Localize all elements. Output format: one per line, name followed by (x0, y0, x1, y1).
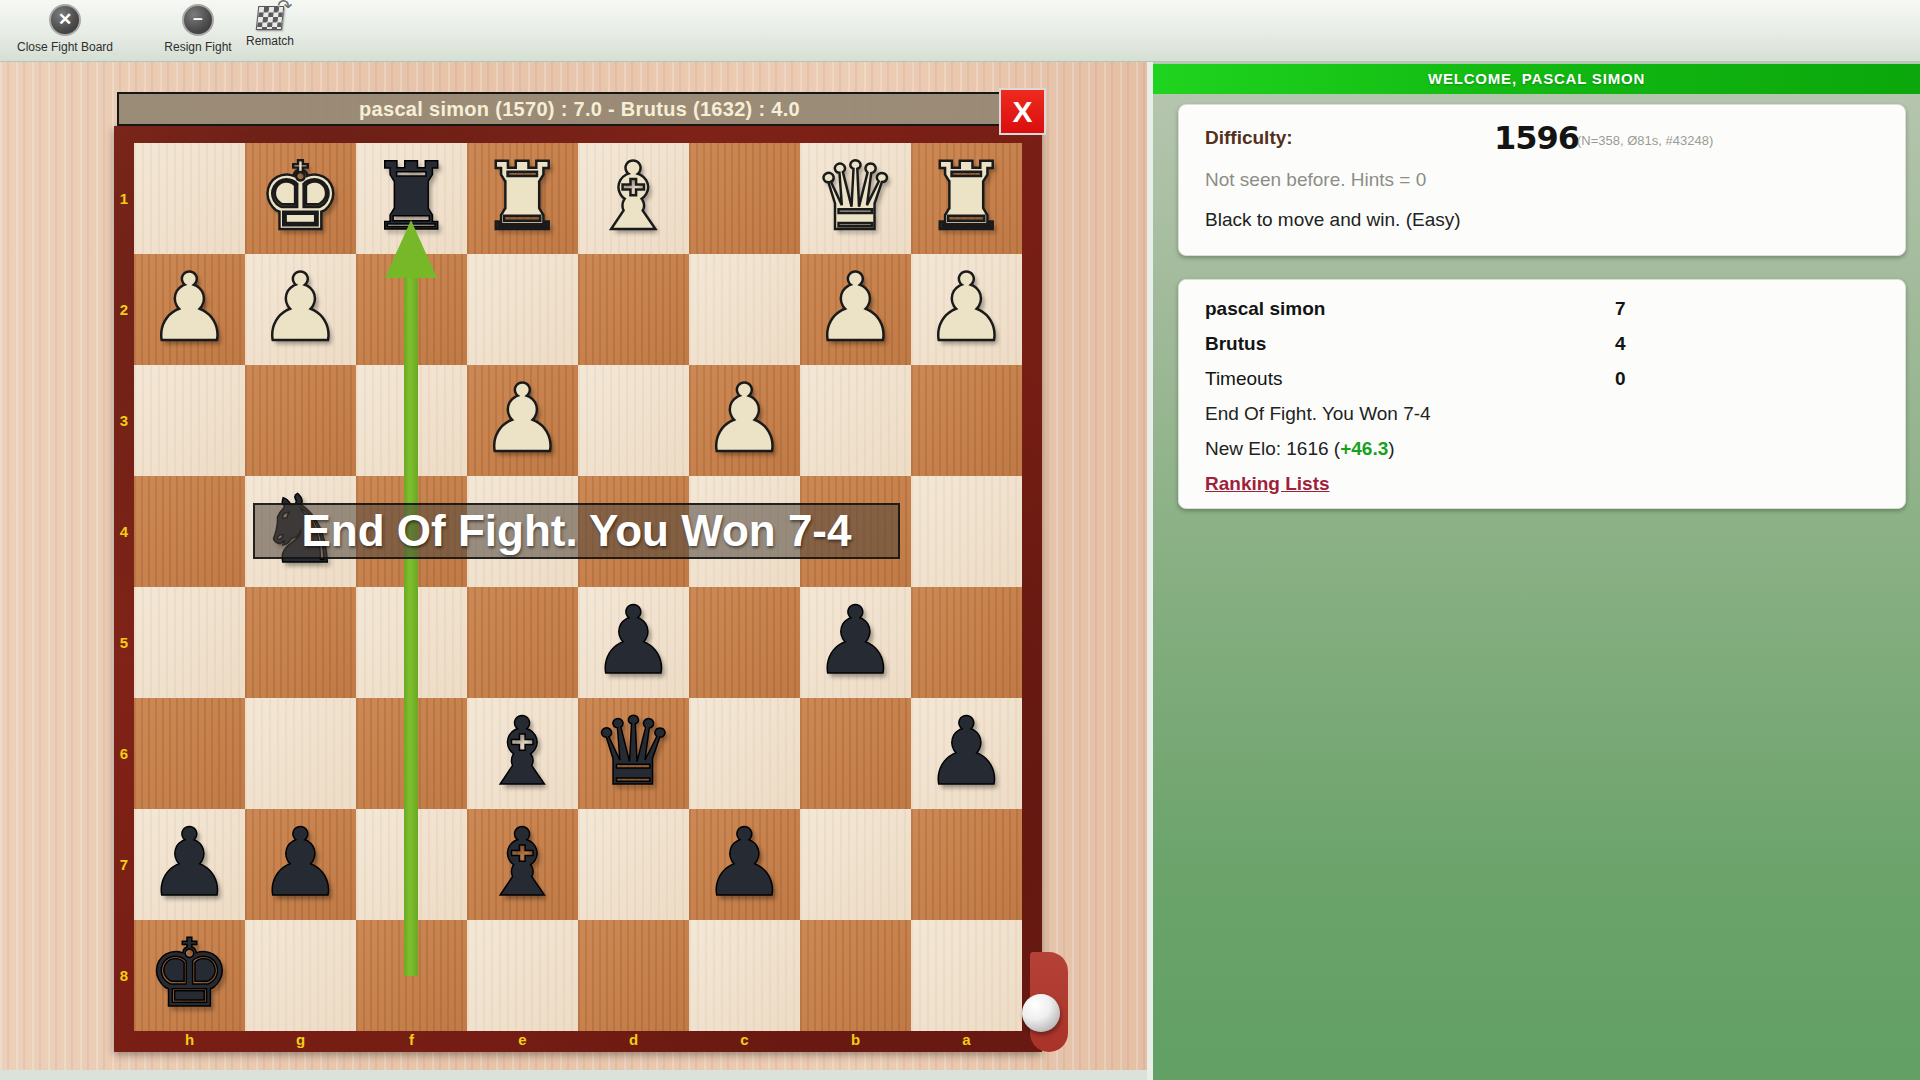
resign-fight-button[interactable]: −Resign Fight (153, 4, 243, 60)
square-h7[interactable]: ♟ (134, 809, 245, 920)
result-card: pascal simon7Brutus4Timeouts0 End Of Fig… (1178, 279, 1906, 509)
difficulty-card: Difficulty: 1596 (N=358, Ø81s, #43248) N… (1178, 104, 1906, 256)
file-label-d: d (578, 1029, 689, 1051)
square-c5[interactable] (689, 587, 800, 698)
square-c1[interactable] (689, 143, 800, 254)
rank-label-1: 1 (114, 190, 134, 207)
square-b1[interactable]: ♛ (800, 143, 911, 254)
square-a7[interactable] (911, 809, 1022, 920)
score-value: 7 (1615, 294, 1626, 324)
file-label-e: e (467, 1029, 578, 1051)
file-label-a: a (911, 1029, 1022, 1051)
square-c2[interactable] (689, 254, 800, 365)
toolbar-button-label: Rematch (240, 34, 300, 48)
score-value: 0 (1615, 364, 1626, 394)
new-elo-row: New Elo: 1616 (+46.3) (1179, 434, 1905, 469)
drag-ball-handle[interactable] (1022, 994, 1060, 1032)
square-c7[interactable]: ♟ (689, 809, 800, 920)
new-elo-text: New Elo: 1616 (+46.3) (1205, 438, 1395, 459)
square-b3[interactable] (800, 365, 911, 476)
square-b7[interactable] (800, 809, 911, 920)
square-e8[interactable] (467, 920, 578, 1031)
square-a8[interactable] (911, 920, 1022, 1031)
difficulty-rating: 1596 (1494, 119, 1579, 157)
difficulty-stats: (N=358, Ø81s, #43248) (1577, 133, 1713, 148)
chess-board: ♚♜♜♝♛♜♟♟♟♟♟♟♞♟♟♝♛♟♟♟♝♟♚ (134, 143, 1022, 1031)
file-label-c: c (689, 1029, 800, 1051)
rank-label-4: 4 (114, 523, 134, 540)
bottom-strip (0, 1070, 1147, 1080)
ranking-row: Ranking Lists (1179, 469, 1905, 504)
file-label-g: g (245, 1029, 356, 1051)
score-value: 4 (1615, 329, 1626, 359)
square-g2[interactable]: ♟ (245, 254, 356, 365)
square-e5[interactable] (467, 587, 578, 698)
square-h2[interactable]: ♟ (134, 254, 245, 365)
white-pawn: ♟ (134, 254, 245, 365)
square-h1[interactable] (134, 143, 245, 254)
rank-label-2: 2 (114, 301, 134, 318)
square-d6[interactable]: ♛ (578, 698, 689, 809)
score-label: pascal simon (1205, 298, 1325, 319)
square-a5[interactable] (911, 587, 1022, 698)
square-d7[interactable] (578, 809, 689, 920)
square-a3[interactable] (911, 365, 1022, 476)
black-pawn: ♟ (689, 809, 800, 920)
score-label: Timeouts (1205, 368, 1282, 389)
difficulty-label: Difficulty: (1205, 127, 1293, 148)
file-label-b: b (800, 1029, 911, 1051)
square-d1[interactable]: ♝ (578, 143, 689, 254)
white-pawn: ♟ (245, 254, 356, 365)
fight-board-window: pascal simon (1570) : 7.0 - Brutus (1632… (114, 88, 1042, 1052)
board-title-bar: pascal simon (1570) : 7.0 - Brutus (1632… (117, 92, 1042, 126)
toolbar-button-label: Close Fight Board (10, 40, 120, 54)
rematch-button[interactable]: ↷Rematch (240, 4, 300, 60)
file-label-h: h (134, 1029, 245, 1051)
white-queen: ♛ (800, 143, 911, 254)
square-e6[interactable]: ♝ (467, 698, 578, 809)
app-window: ✕Close Fight Board−Resign Fight↷Rematch … (0, 0, 1920, 1080)
square-a6[interactable]: ♟ (911, 698, 1022, 809)
white-bishop: ♝ (578, 143, 689, 254)
rank-label-3: 3 (114, 412, 134, 429)
rank-label-7: 7 (114, 856, 134, 873)
square-g8[interactable] (245, 920, 356, 1031)
rank-label-6: 6 (114, 745, 134, 762)
square-d8[interactable] (578, 920, 689, 1031)
rank-label-8: 8 (114, 967, 134, 984)
toolbar: ✕Close Fight Board−Resign Fight↷Rematch (0, 0, 1920, 62)
square-h8[interactable]: ♚ (134, 920, 245, 1031)
black-bishop: ♝ (467, 698, 578, 809)
end-of-fight-text: End Of Fight. You Won 7-4 (1205, 403, 1431, 424)
rank-label-5: 5 (114, 634, 134, 651)
file-label-f: f (356, 1029, 467, 1051)
score-rows: pascal simon7Brutus4Timeouts0 (1179, 294, 1905, 399)
square-g3[interactable] (245, 365, 356, 476)
square-h5[interactable] (134, 587, 245, 698)
difficulty-row: Difficulty: 1596 (N=358, Ø81s, #43248) (1205, 125, 1879, 165)
square-b2[interactable]: ♟ (800, 254, 911, 365)
seen-before-text: Not seen before. Hints = 0 (1205, 167, 1879, 193)
square-a2[interactable]: ♟ (911, 254, 1022, 365)
square-d5[interactable]: ♟ (578, 587, 689, 698)
score-row-brutus: Brutus4 (1179, 329, 1905, 364)
rematch-board-icon: ↷ (256, 6, 285, 30)
move-arrow-head (385, 220, 437, 278)
white-king: ♚ (245, 143, 356, 254)
square-g6[interactable] (245, 698, 356, 809)
square-h6[interactable] (134, 698, 245, 809)
black-pawn: ♟ (800, 587, 911, 698)
square-g1[interactable]: ♚ (245, 143, 356, 254)
square-b8[interactable] (800, 920, 911, 1031)
black-pawn: ♟ (245, 809, 356, 920)
ranking-lists-link[interactable]: Ranking Lists (1205, 469, 1330, 499)
score-label: Brutus (1205, 333, 1266, 354)
welcome-header: WELCOME, PASCAL SIMON (1153, 64, 1920, 94)
square-b6[interactable] (800, 698, 911, 809)
white-rook: ♜ (467, 143, 578, 254)
white-rook: ♜ (911, 143, 1022, 254)
square-d3[interactable] (578, 365, 689, 476)
square-a1[interactable]: ♜ (911, 143, 1022, 254)
close-fight-board-button[interactable]: ✕Close Fight Board (10, 4, 120, 60)
square-c8[interactable] (689, 920, 800, 1031)
square-c6[interactable] (689, 698, 800, 809)
task-text: Black to move and win. (Easy) (1205, 207, 1879, 233)
score-row-pascal-simon: pascal simon7 (1179, 294, 1905, 329)
black-bishop: ♝ (467, 809, 578, 920)
square-d2[interactable] (578, 254, 689, 365)
close-circle-icon: ✕ (49, 4, 81, 36)
black-pawn: ♟ (134, 809, 245, 920)
score-row-timeouts: Timeouts0 (1179, 364, 1905, 399)
info-panel: WELCOME, PASCAL SIMON Difficulty: 1596 (… (1153, 62, 1920, 1080)
square-c3[interactable]: ♟ (689, 365, 800, 476)
white-pawn: ♟ (689, 365, 800, 476)
black-pawn: ♟ (911, 698, 1022, 809)
square-e1[interactable]: ♜ (467, 143, 578, 254)
black-pawn: ♟ (578, 587, 689, 698)
square-a4[interactable] (911, 476, 1022, 587)
square-g5[interactable] (245, 587, 356, 698)
end-of-fight-banner: End Of Fight. You Won 7-4 (253, 503, 900, 559)
square-g7[interactable]: ♟ (245, 809, 356, 920)
black-queen: ♛ (578, 698, 689, 809)
square-b5[interactable]: ♟ (800, 587, 911, 698)
square-h3[interactable] (134, 365, 245, 476)
end-of-fight-row: End Of Fight. You Won 7-4 (1179, 399, 1905, 434)
square-h4[interactable] (134, 476, 245, 587)
square-e3[interactable]: ♟ (467, 365, 578, 476)
square-e7[interactable]: ♝ (467, 809, 578, 920)
white-pawn: ♟ (800, 254, 911, 365)
black-king: ♚ (134, 920, 245, 1031)
close-board-button[interactable]: X (999, 88, 1046, 135)
chess-board-frame: ♚♜♜♝♛♜♟♟♟♟♟♟♞♟♟♝♛♟♟♟♝♟♚ 12345678hgfedcba… (114, 126, 1042, 1052)
white-pawn: ♟ (911, 254, 1022, 365)
white-pawn: ♟ (467, 365, 578, 476)
minus-circle-icon: − (182, 4, 214, 36)
square-e2[interactable] (467, 254, 578, 365)
elo-delta: +46.3 (1340, 438, 1388, 459)
move-arrow-shaft (404, 276, 418, 976)
toolbar-button-label: Resign Fight (153, 40, 243, 54)
